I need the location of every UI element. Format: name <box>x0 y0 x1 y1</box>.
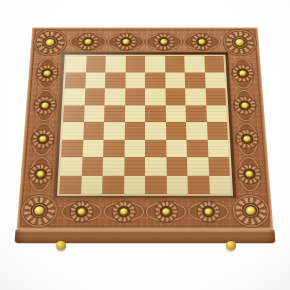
brass-foot-left <box>56 241 66 250</box>
chess-box <box>17 28 274 230</box>
square-b8[interactable] <box>85 56 105 72</box>
square-b3[interactable] <box>82 139 103 157</box>
square-c8[interactable] <box>105 56 125 72</box>
square-d5[interactable] <box>125 105 146 122</box>
square-c1[interactable] <box>102 175 124 194</box>
brass-pin <box>123 39 130 44</box>
square-c2[interactable] <box>103 157 124 175</box>
square-c4[interactable] <box>104 122 125 139</box>
square-a6[interactable] <box>64 88 85 105</box>
square-h1[interactable] <box>209 175 231 194</box>
square-d4[interactable] <box>124 122 145 139</box>
square-c5[interactable] <box>104 105 125 122</box>
square-f6[interactable] <box>165 88 185 105</box>
square-b6[interactable] <box>84 88 105 105</box>
square-h4[interactable] <box>207 122 228 139</box>
square-f7[interactable] <box>165 72 185 88</box>
square-f2[interactable] <box>166 157 187 175</box>
board-recess <box>54 52 237 198</box>
square-g4[interactable] <box>186 122 207 139</box>
square-d7[interactable] <box>125 72 145 88</box>
square-f8[interactable] <box>165 56 185 72</box>
box-side-edge <box>14 230 275 244</box>
square-e3[interactable] <box>145 139 166 157</box>
square-f4[interactable] <box>166 122 187 139</box>
square-d3[interactable] <box>124 139 145 157</box>
square-a2[interactable] <box>60 157 82 175</box>
square-h7[interactable] <box>205 72 226 88</box>
square-d6[interactable] <box>125 88 145 105</box>
chess-board <box>57 55 233 196</box>
square-e4[interactable] <box>145 122 166 139</box>
brass-pin <box>235 39 244 46</box>
square-d8[interactable] <box>125 56 145 72</box>
square-g8[interactable] <box>184 56 204 72</box>
square-h3[interactable] <box>207 139 229 157</box>
square-e8[interactable] <box>145 56 165 72</box>
square-e1[interactable] <box>145 175 166 194</box>
square-c3[interactable] <box>103 139 124 157</box>
square-g7[interactable] <box>185 72 205 88</box>
square-a5[interactable] <box>63 105 84 122</box>
square-b7[interactable] <box>85 72 105 88</box>
brass-pin <box>198 39 205 44</box>
square-h2[interactable] <box>208 157 230 175</box>
square-e5[interactable] <box>145 105 166 122</box>
brass-pin <box>243 136 250 142</box>
square-b5[interactable] <box>84 105 105 122</box>
square-b4[interactable] <box>83 122 104 139</box>
square-e6[interactable] <box>145 88 165 105</box>
square-g1[interactable] <box>187 175 209 194</box>
brass-pin <box>205 208 213 215</box>
box-lid-top-face <box>17 28 274 230</box>
square-h6[interactable] <box>205 88 226 105</box>
square-a4[interactable] <box>62 122 83 139</box>
brass-pin <box>246 171 254 177</box>
square-e7[interactable] <box>145 72 165 88</box>
square-h8[interactable] <box>204 56 224 72</box>
brass-pin <box>120 208 127 215</box>
square-g6[interactable] <box>185 88 206 105</box>
square-d2[interactable] <box>124 157 145 175</box>
square-a3[interactable] <box>61 139 83 157</box>
square-g5[interactable] <box>186 105 207 122</box>
square-b1[interactable] <box>81 175 103 194</box>
square-f3[interactable] <box>166 139 187 157</box>
brass-pin <box>246 206 256 214</box>
square-f5[interactable] <box>165 105 186 122</box>
square-g2[interactable] <box>187 157 209 175</box>
brass-pin <box>161 39 168 44</box>
square-a1[interactable] <box>59 175 81 194</box>
square-e2[interactable] <box>145 157 166 175</box>
square-g3[interactable] <box>186 139 207 157</box>
square-d1[interactable] <box>124 175 145 194</box>
square-h5[interactable] <box>206 105 227 122</box>
brass-pin <box>162 208 169 215</box>
square-c7[interactable] <box>105 72 125 88</box>
square-c6[interactable] <box>104 88 124 105</box>
square-a8[interactable] <box>66 56 86 72</box>
brass-pin <box>239 71 246 77</box>
square-f1[interactable] <box>166 175 188 194</box>
square-a7[interactable] <box>65 72 86 88</box>
photo-background <box>0 0 290 290</box>
brass-foot-right <box>226 241 236 250</box>
brass-pin <box>241 103 248 109</box>
square-b2[interactable] <box>81 157 103 175</box>
